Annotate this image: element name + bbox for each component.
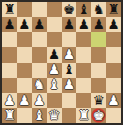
square-h4[interactable] bbox=[106, 63, 121, 78]
black-pawn[interactable]: ♟ bbox=[108, 17, 120, 31]
chess-board-frame: ♜♚♝♞♜♟♟♟♟♟♟♟♟♟♟♝♞♝♟♟♟♟♛♟♜♝♛♜♚ bbox=[0, 0, 123, 125]
square-g6[interactable] bbox=[91, 32, 106, 47]
square-g5[interactable] bbox=[91, 47, 106, 62]
white-queen[interactable]: ♛ bbox=[48, 108, 60, 122]
square-c5[interactable] bbox=[32, 47, 47, 62]
black-bishop[interactable]: ♝ bbox=[78, 2, 90, 16]
black-king[interactable]: ♚ bbox=[63, 2, 75, 16]
square-h3[interactable] bbox=[106, 78, 121, 93]
square-h7[interactable]: ♟ bbox=[106, 17, 121, 32]
square-f1[interactable]: ♜ bbox=[76, 108, 91, 123]
black-queen[interactable]: ♛ bbox=[93, 93, 105, 107]
square-c3[interactable]: ♞ bbox=[32, 78, 47, 93]
square-b8[interactable] bbox=[17, 2, 32, 17]
square-b5[interactable] bbox=[17, 47, 32, 62]
square-b1[interactable] bbox=[17, 108, 32, 123]
white-rook[interactable]: ♜ bbox=[78, 108, 90, 122]
black-pawn[interactable]: ♟ bbox=[63, 17, 75, 31]
square-f6[interactable] bbox=[76, 32, 91, 47]
square-e6[interactable] bbox=[62, 32, 77, 47]
square-b7[interactable]: ♟ bbox=[17, 17, 32, 32]
square-c2[interactable]: ♟ bbox=[32, 93, 47, 108]
square-g8[interactable]: ♞ bbox=[91, 2, 106, 17]
white-bishop[interactable]: ♝ bbox=[33, 108, 45, 122]
square-e3[interactable]: ♟ bbox=[62, 78, 77, 93]
white-pawn[interactable]: ♟ bbox=[33, 93, 45, 107]
white-knight[interactable]: ♞ bbox=[33, 78, 45, 92]
white-pawn[interactable]: ♟ bbox=[48, 63, 60, 77]
square-d8[interactable] bbox=[47, 2, 62, 17]
square-d7[interactable] bbox=[47, 17, 62, 32]
square-a6[interactable] bbox=[2, 32, 17, 47]
square-a8[interactable]: ♜ bbox=[2, 2, 17, 17]
square-g4[interactable] bbox=[91, 63, 106, 78]
square-f2[interactable] bbox=[76, 93, 91, 108]
square-h1[interactable] bbox=[106, 108, 121, 123]
square-c1[interactable]: ♝ bbox=[32, 108, 47, 123]
square-e4[interactable]: ♝ bbox=[62, 63, 77, 78]
black-pawn[interactable]: ♟ bbox=[48, 48, 60, 62]
black-pawn[interactable]: ♟ bbox=[18, 17, 30, 31]
square-a1[interactable]: ♜ bbox=[2, 108, 17, 123]
chess-board: ♜♚♝♞♜♟♟♟♟♟♟♟♟♟♟♝♞♝♟♟♟♟♛♟♜♝♛♜♚ bbox=[2, 2, 121, 123]
square-d1[interactable]: ♛ bbox=[47, 108, 62, 123]
square-g3[interactable] bbox=[91, 78, 106, 93]
square-h6[interactable] bbox=[106, 32, 121, 47]
square-e2[interactable] bbox=[62, 93, 77, 108]
black-rook[interactable]: ♜ bbox=[108, 2, 120, 16]
white-rook[interactable]: ♜ bbox=[3, 108, 15, 122]
black-bishop[interactable]: ♝ bbox=[63, 63, 75, 77]
square-d2[interactable] bbox=[47, 93, 62, 108]
square-d4[interactable]: ♟ bbox=[47, 63, 62, 78]
square-h8[interactable]: ♜ bbox=[106, 2, 121, 17]
square-f7[interactable]: ♟ bbox=[76, 17, 91, 32]
white-pawn[interactable]: ♟ bbox=[108, 93, 120, 107]
white-king[interactable]: ♚ bbox=[93, 108, 105, 122]
square-c8[interactable] bbox=[32, 2, 47, 17]
white-pawn[interactable]: ♟ bbox=[63, 78, 75, 92]
square-d3[interactable]: ♝ bbox=[47, 78, 62, 93]
white-pawn[interactable]: ♟ bbox=[63, 48, 75, 62]
square-c6[interactable] bbox=[32, 32, 47, 47]
square-a2[interactable]: ♟ bbox=[2, 93, 17, 108]
square-e7[interactable]: ♟ bbox=[62, 17, 77, 32]
square-b6[interactable] bbox=[17, 32, 32, 47]
square-e1[interactable] bbox=[62, 108, 77, 123]
square-f4[interactable] bbox=[76, 63, 91, 78]
square-c4[interactable] bbox=[32, 63, 47, 78]
black-knight[interactable]: ♞ bbox=[93, 2, 105, 16]
black-pawn[interactable]: ♟ bbox=[33, 17, 45, 31]
square-d5[interactable]: ♟ bbox=[47, 47, 62, 62]
square-a3[interactable] bbox=[2, 78, 17, 93]
square-d6[interactable] bbox=[47, 32, 62, 47]
square-b3[interactable] bbox=[17, 78, 32, 93]
square-g1[interactable]: ♚ bbox=[91, 108, 106, 123]
square-f3[interactable] bbox=[76, 78, 91, 93]
square-h2[interactable]: ♟ bbox=[106, 93, 121, 108]
square-e5[interactable]: ♟ bbox=[62, 47, 77, 62]
square-g7[interactable]: ♟ bbox=[91, 17, 106, 32]
white-bishop[interactable]: ♝ bbox=[48, 78, 60, 92]
square-f5[interactable] bbox=[76, 47, 91, 62]
square-h5[interactable] bbox=[106, 47, 121, 62]
square-b4[interactable] bbox=[17, 63, 32, 78]
white-pawn[interactable]: ♟ bbox=[18, 93, 30, 107]
square-a5[interactable] bbox=[2, 47, 17, 62]
square-b2[interactable]: ♟ bbox=[17, 93, 32, 108]
black-rook[interactable]: ♜ bbox=[3, 2, 15, 16]
square-e8[interactable]: ♚ bbox=[62, 2, 77, 17]
square-a4[interactable] bbox=[2, 63, 17, 78]
black-pawn[interactable]: ♟ bbox=[3, 17, 15, 31]
square-c7[interactable]: ♟ bbox=[32, 17, 47, 32]
square-g2[interactable]: ♛ bbox=[91, 93, 106, 108]
black-pawn[interactable]: ♟ bbox=[93, 17, 105, 31]
black-pawn[interactable]: ♟ bbox=[78, 17, 90, 31]
square-a7[interactable]: ♟ bbox=[2, 17, 17, 32]
white-pawn[interactable]: ♟ bbox=[3, 93, 15, 107]
square-f8[interactable]: ♝ bbox=[76, 2, 91, 17]
